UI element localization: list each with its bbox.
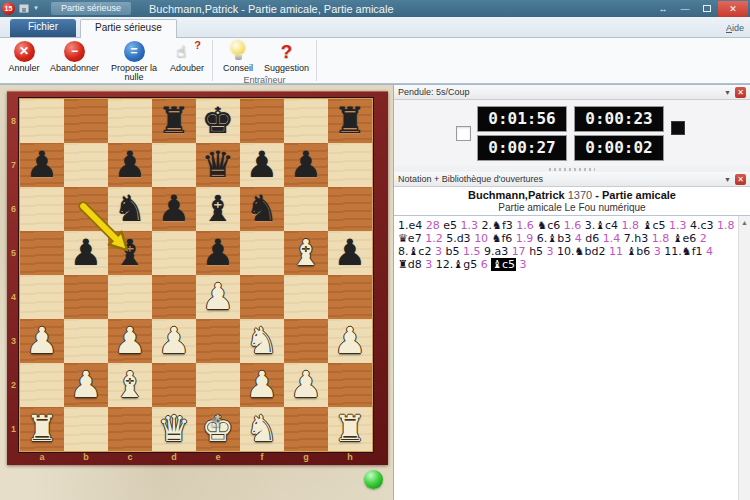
move[interactable]: ♝e6	[673, 232, 697, 245]
square-e7[interactable]: ♛	[196, 143, 240, 187]
square-e4[interactable]: ♟	[196, 275, 240, 319]
piece-black-pawn-g7[interactable]: ♟	[290, 143, 322, 187]
piece-black-rook-h8[interactable]: ♜	[334, 99, 366, 143]
square-d6[interactable]: ♟	[152, 187, 196, 231]
tab-fichier[interactable]: Fichier	[10, 19, 76, 37]
engine-status-light[interactable]	[364, 470, 383, 489]
move-time[interactable]: 3	[520, 258, 527, 271]
move-time[interactable]: 1.6	[516, 219, 534, 232]
window-title: Buchmann,Patrick - Partie amicale, Parti…	[149, 3, 648, 15]
question-icon: ?	[281, 41, 293, 62]
help-link[interactable]: Aide	[726, 23, 744, 37]
square-g1[interactable]	[284, 407, 328, 451]
piece-black-pawn-d6[interactable]: ♟	[158, 187, 190, 231]
move[interactable]: d6	[585, 232, 599, 245]
square-h6[interactable]	[328, 187, 372, 231]
piece-black-pawn-c7[interactable]: ♟	[114, 143, 146, 187]
move-time[interactable]: 1.9	[516, 232, 534, 245]
square-d2[interactable]	[152, 363, 196, 407]
move[interactable]: ♛e7	[398, 232, 422, 245]
piece-black-knight-c6[interactable]: ♞	[114, 187, 146, 231]
move-time[interactable]: 1.3	[461, 219, 479, 232]
move[interactable]: 9.a3	[484, 245, 508, 258]
square-c4[interactable]	[108, 275, 152, 319]
square-e2[interactable]	[196, 363, 240, 407]
square-b7[interactable]	[64, 143, 108, 187]
chevron-down-icon[interactable]: ▼	[724, 89, 731, 96]
game-subheader: Partie amicale Le Fou numérique	[394, 202, 750, 215]
piece-white-knight-f1[interactable]: ♞	[246, 407, 278, 451]
minimize-button[interactable]: —	[674, 1, 696, 17]
square-c7[interactable]: ♟	[108, 143, 152, 187]
conseil-button[interactable]: Conseil	[216, 39, 260, 73]
notation-pane-header: Notation + Bibliothèque d'ouvertures ▼ ✕	[394, 172, 750, 187]
ribbon-group-entraineur: Conseil ? Suggestion Entraîneur	[214, 38, 315, 83]
piece-white-rook-h1[interactable]: ♜	[334, 407, 366, 451]
square-g2[interactable]: ♟	[284, 363, 328, 407]
square-e1[interactable]: ♚	[196, 407, 240, 451]
square-f7[interactable]: ♟	[240, 143, 284, 187]
resign-icon: −	[64, 41, 85, 62]
move[interactable]: 7.h3	[624, 232, 648, 245]
chevron-down-icon[interactable]: ▼	[724, 176, 731, 183]
square-a1[interactable]: ♜	[20, 407, 64, 451]
right-panel-column: Pendule: 5s/Coup ▼ ✕ 0:01:56 0:00:23 0:0…	[393, 85, 750, 500]
move[interactable]: ♞c6	[537, 219, 560, 232]
clock-pane-title: Pendule: 5s/Coup	[398, 85, 720, 100]
square-c6[interactable]: ♞	[108, 187, 152, 231]
notation-pane: Notation + Bibliothèque d'ouvertures ▼ ✕…	[394, 172, 750, 500]
chess-board-frame: 87654321 ♜♚♜♟♟♛♟♟♞♟♝♞♟♝♟♝♟♟♟♟♟♞♟♟♝♟♟♜♛♚♞…	[7, 91, 388, 465]
piece-black-bishop-e6[interactable]: ♝	[202, 187, 234, 231]
piece-white-pawn-g2[interactable]: ♟	[290, 363, 322, 407]
move[interactable]: ♝c5	[643, 219, 666, 232]
move-time[interactable]: 6	[481, 258, 488, 271]
square-b8[interactable]	[64, 99, 108, 143]
piece-white-bishop-g5[interactable]: ♝	[290, 231, 322, 275]
piece-white-bishop-c2[interactable]: ♝	[114, 363, 146, 407]
window-controls: ↔ — ✕	[652, 0, 748, 17]
square-b4[interactable]	[64, 275, 108, 319]
square-d8[interactable]: ♜	[152, 99, 196, 143]
square-b6[interactable]	[64, 187, 108, 231]
player-rating: 1370	[568, 189, 592, 201]
square-f8[interactable]	[240, 99, 284, 143]
move[interactable]: h5	[529, 245, 543, 258]
square-h3[interactable]: ♟	[328, 319, 372, 363]
move-time[interactable]: 3	[425, 258, 432, 271]
square-d4[interactable]	[152, 275, 196, 319]
white-move-clock: 0:00:27	[478, 136, 566, 160]
square-a3[interactable]: ♟	[20, 319, 64, 363]
square-a5[interactable]	[20, 231, 64, 275]
piece-white-pawn-d3[interactable]: ♟	[158, 319, 190, 363]
piece-black-rook-d8[interactable]: ♜	[158, 99, 190, 143]
square-a7[interactable]: ♟	[20, 143, 64, 187]
piece-black-knight-f6[interactable]: ♞	[246, 187, 278, 231]
piece-white-pawn-h3[interactable]: ♟	[334, 319, 366, 363]
piece-white-rook-a1[interactable]: ♜	[26, 407, 58, 451]
app-logo-icon[interactable]: 15	[2, 2, 15, 15]
player-name: Buchmann,Patrick	[468, 189, 565, 201]
move[interactable]: 5.d3	[446, 232, 470, 245]
file-labels: abcdefgh	[20, 451, 372, 465]
square-c8[interactable]	[108, 99, 152, 143]
move-time[interactable]: 3	[547, 245, 554, 258]
square-g4[interactable]	[284, 275, 328, 319]
square-b3[interactable]	[64, 319, 108, 363]
square-g3[interactable]	[284, 319, 328, 363]
move[interactable]: 2.♞f3	[482, 219, 513, 232]
piece-white-pawn-a3[interactable]: ♟	[26, 319, 58, 363]
square-f2[interactable]: ♟	[240, 363, 284, 407]
square-a4[interactable]	[20, 275, 64, 319]
piece-black-bishop-c5[interactable]: ♝	[114, 231, 146, 275]
square-d7[interactable]	[152, 143, 196, 187]
black-move-clock: 0:00:02	[575, 136, 663, 160]
move[interactable]: e5	[443, 219, 457, 232]
scroll-up-icon[interactable]: ▲	[741, 216, 748, 228]
black-side-indicator	[671, 121, 685, 135]
game-event: - Partie amicale	[595, 189, 676, 201]
square-h2[interactable]	[328, 363, 372, 407]
moves-area: 1.e4 28 e5 1.3 2.♞f3 1.6 ♞c6 1.6 3.♝c4 1…	[394, 216, 750, 500]
square-f6[interactable]: ♞	[240, 187, 284, 231]
application-window: 15 ▼ Partie sérieuse Buchmann,Patrick - …	[0, 0, 750, 500]
close-icon[interactable]: ✕	[735, 174, 746, 185]
square-e6[interactable]: ♝	[196, 187, 240, 231]
move[interactable]: ♞f6	[492, 232, 513, 245]
white-total-clock: 0:01:56	[478, 107, 566, 131]
ribbon-tab-row: Fichier Partie sérieuse Aide	[0, 17, 750, 38]
move[interactable]: 1.e4	[398, 219, 422, 232]
resize-icon[interactable]: ↔	[652, 1, 674, 17]
square-e5[interactable]: ♟	[196, 231, 240, 275]
adouber-button[interactable]: ☝? Adouber	[165, 39, 209, 82]
square-b2[interactable]: ♟	[64, 363, 108, 407]
board-pane: 87654321 ♜♚♜♟♟♛♟♟♞♟♝♞♟♝♟♝♟♟♟♟♟♞♟♟♝♟♟♜♛♚♞…	[0, 85, 393, 500]
restore-button[interactable]	[696, 1, 718, 17]
square-d1[interactable]: ♛	[152, 407, 196, 451]
clock-pane-header: Pendule: 5s/Coup ▼ ✕	[394, 85, 750, 100]
move[interactable]: 6.♝b3	[537, 232, 571, 245]
titlebar-mode-label: Partie sérieuse	[51, 2, 131, 15]
lightbulb-icon	[228, 41, 249, 62]
piece-white-king-e1[interactable]: ♚	[202, 407, 234, 451]
square-c1[interactable]	[108, 407, 152, 451]
close-button[interactable]: ✕	[718, 1, 748, 17]
save-icon[interactable]	[19, 4, 29, 13]
move-time[interactable]: 1.8	[652, 232, 670, 245]
square-g6[interactable]	[284, 187, 328, 231]
move[interactable]: ♜d8	[398, 258, 422, 271]
square-e3[interactable]	[196, 319, 240, 363]
square-g7[interactable]: ♟	[284, 143, 328, 187]
square-f4[interactable]	[240, 275, 284, 319]
move-time[interactable]: 2	[700, 232, 707, 245]
piece-black-pawn-f7[interactable]: ♟	[246, 143, 278, 187]
title-bar: 15 ▼ Partie sérieuse Buchmann,Patrick - …	[0, 0, 750, 17]
move-time[interactable]: 4	[706, 245, 713, 258]
move-time[interactable]: 10	[474, 232, 488, 245]
hand-icon: ☝?	[176, 41, 198, 62]
move[interactable]: 3.♝c4	[585, 219, 618, 232]
abandonner-button[interactable]: − Abandonner	[46, 39, 103, 82]
move-time[interactable]: 1.8	[717, 219, 735, 232]
piece-white-pawn-b2[interactable]: ♟	[70, 363, 102, 407]
rank-labels: 87654321	[7, 99, 20, 451]
move[interactable]: b5	[445, 245, 459, 258]
annuler-button[interactable]: ✕ Annuler	[2, 39, 46, 82]
move[interactable]: 11.♞f1	[664, 245, 702, 258]
square-d5[interactable]	[152, 231, 196, 275]
draw-offer-icon: =	[124, 41, 145, 62]
square-a2[interactable]	[20, 363, 64, 407]
white-side-checkbox[interactable]	[456, 126, 471, 141]
ribbon-group-partie: ✕ Annuler − Abandonner = Proposer la nul…	[0, 38, 211, 83]
black-total-clock: 0:00:23	[575, 107, 663, 131]
square-c3[interactable]: ♟	[108, 319, 152, 363]
notation-pane-title: Notation + Bibliothèque d'ouvertures	[398, 172, 720, 187]
suggestion-button[interactable]: ? Suggestion	[260, 39, 313, 73]
move-time[interactable]: 17	[512, 245, 526, 258]
move-list: 1.e4 28 e5 1.3 2.♞f3 1.6 ♞c6 1.6 3.♝c4 1…	[394, 216, 738, 500]
game-header: Buchmann,Patrick 1370 - Partie amicale P…	[394, 187, 750, 216]
current-move[interactable]: ♝c5	[491, 258, 516, 271]
square-f3[interactable]: ♞	[240, 319, 284, 363]
chess-board[interactable]: ♜♚♜♟♟♛♟♟♞♟♝♞♟♝♟♝♟♟♟♟♟♞♟♟♝♟♟♜♛♚♞♜	[20, 99, 372, 451]
main-content: 87654321 ♜♚♜♟♟♛♟♟♞♟♝♞♟♝♟♝♟♟♟♟♟♞♟♟♝♟♟♜♛♚♞…	[0, 85, 750, 500]
piece-black-pawn-a7[interactable]: ♟	[26, 143, 58, 187]
cancel-icon: ✕	[14, 41, 35, 62]
move[interactable]: 12.♝g5	[436, 258, 477, 271]
ribbon-separator	[316, 40, 317, 81]
clock-grid: 0:01:56 0:00:23 0:00:27 0:00:02	[478, 107, 663, 160]
proposer-nulle-button[interactable]: = Proposer la nulle	[103, 39, 165, 82]
move[interactable]: 10.♞bd2	[557, 245, 605, 258]
move-time[interactable]: 1.6	[564, 219, 582, 232]
square-b1[interactable]	[64, 407, 108, 451]
square-e8[interactable]: ♚	[196, 99, 240, 143]
square-h1[interactable]: ♜	[328, 407, 372, 451]
piece-black-pawn-h5[interactable]: ♟	[334, 231, 366, 275]
move-time[interactable]: 1.4	[603, 232, 621, 245]
move-time[interactable]: 1.3	[669, 219, 687, 232]
move-time[interactable]: 28	[426, 219, 440, 232]
piece-black-pawn-e5[interactable]: ♟	[202, 231, 234, 275]
move[interactable]: 8.♝c2	[398, 245, 431, 258]
piece-white-pawn-e4[interactable]: ♟	[202, 275, 234, 319]
square-h8[interactable]: ♜	[328, 99, 372, 143]
square-d3[interactable]: ♟	[152, 319, 196, 363]
move-time[interactable]: 1.2	[425, 232, 443, 245]
ribbon-toolbar: ✕ Annuler − Abandonner = Proposer la nul…	[0, 38, 750, 83]
square-h5[interactable]: ♟	[328, 231, 372, 275]
move-time[interactable]: 11	[609, 245, 623, 258]
square-c2[interactable]: ♝	[108, 363, 152, 407]
square-g8[interactable]	[284, 99, 328, 143]
tab-partie-serieuse[interactable]: Partie sérieuse	[80, 19, 177, 38]
move-time[interactable]: 1.8	[622, 219, 640, 232]
quick-access-dropdown-icon[interactable]: ▼	[33, 0, 39, 17]
clock-pane: Pendule: 5s/Coup ▼ ✕ 0:01:56 0:00:23 0:0…	[394, 85, 750, 166]
piece-white-queen-d1[interactable]: ♛	[158, 407, 190, 451]
square-h7[interactable]	[328, 143, 372, 187]
close-icon[interactable]: ✕	[735, 87, 746, 98]
square-a6[interactable]	[20, 187, 64, 231]
move[interactable]: ♝b6	[626, 245, 650, 258]
piece-white-pawn-f2[interactable]: ♟	[246, 363, 278, 407]
square-f1[interactable]: ♞	[240, 407, 284, 451]
piece-white-pawn-c3[interactable]: ♟	[114, 319, 146, 363]
square-f5[interactable]	[240, 231, 284, 275]
move-time[interactable]: 4	[575, 232, 582, 245]
square-a8[interactable]	[20, 99, 64, 143]
clock-body: 0:01:56 0:00:23 0:00:27 0:00:02	[394, 100, 750, 166]
move[interactable]: 4.c3	[690, 219, 714, 232]
move-time[interactable]: 3	[654, 245, 661, 258]
piece-black-queen-e7[interactable]: ♛	[202, 143, 234, 187]
scrollbar[interactable]: ▲	[738, 216, 750, 500]
square-h4[interactable]	[328, 275, 372, 319]
square-g5[interactable]: ♝	[284, 231, 328, 275]
piece-black-king-e8[interactable]: ♚	[202, 99, 234, 143]
ribbon-separator	[212, 40, 213, 81]
square-c5[interactable]: ♝	[108, 231, 152, 275]
piece-black-pawn-b5[interactable]: ♟	[70, 231, 102, 275]
move-time[interactable]: 3	[435, 245, 442, 258]
piece-white-knight-f3[interactable]: ♞	[246, 319, 278, 363]
move-time[interactable]: 1.5	[463, 245, 481, 258]
square-b5[interactable]: ♟	[64, 231, 108, 275]
